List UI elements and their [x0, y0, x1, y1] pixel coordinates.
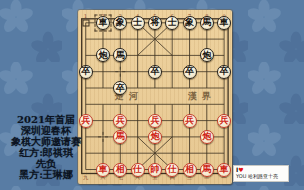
- piece-red-兵[interactable]: 兵: [148, 114, 162, 128]
- file-label-top: 1: [84, 13, 87, 18]
- piece-black-将[interactable]: 将: [148, 16, 162, 30]
- piece-red-車[interactable]: 車: [96, 163, 110, 177]
- last-move-from-marker: [82, 19, 89, 26]
- xiangqi-board[interactable]: 楚河 漢界 123456789九八七六五四三二一車象士将士象馬車炮馬炮卒卒卒卒卒…: [78, 10, 232, 184]
- event-caption-line: 象棋大师邀请赛: [0, 136, 92, 147]
- piece-black-馬[interactable]: 馬: [113, 48, 127, 62]
- piece-red-車[interactable]: 車: [217, 163, 231, 177]
- event-caption-line: 先负: [0, 158, 92, 169]
- piece-red-兵[interactable]: 兵: [113, 114, 127, 128]
- piece-red-馬[interactable]: 馬: [113, 130, 127, 144]
- piece-black-卒[interactable]: 卒: [217, 65, 231, 79]
- piece-black-象[interactable]: 象: [113, 16, 127, 30]
- heart-icon: ♥: [238, 166, 243, 173]
- video-thumbnail: 2021年首届深圳迎春杯象棋大师邀请赛红方:郎祺琪先负黑方:王琳娜 楚河 漢界 …: [0, 0, 304, 190]
- piece-black-炮[interactable]: 炮: [200, 48, 214, 62]
- piece-black-炮[interactable]: 炮: [96, 48, 110, 62]
- piece-red-仕[interactable]: 仕: [131, 163, 145, 177]
- channel-watermark: I♥ YOU 哈利路亚十亮: [233, 165, 289, 182]
- piece-red-仕[interactable]: 仕: [165, 163, 179, 177]
- piece-black-士[interactable]: 士: [131, 16, 145, 30]
- watermark-line2: YOU 哈利路亚十亮: [236, 173, 286, 179]
- piece-black-卒[interactable]: 卒: [113, 81, 127, 95]
- event-caption-line: 红方:郎祺琪: [0, 147, 92, 158]
- piece-black-士[interactable]: 士: [165, 16, 179, 30]
- river-text-right: 漢界: [188, 90, 216, 103]
- piece-black-象[interactable]: 象: [183, 16, 197, 30]
- piece-black-車[interactable]: 車: [217, 16, 231, 30]
- piece-black-卒[interactable]: 卒: [148, 65, 162, 79]
- piece-red-相[interactable]: 相: [113, 163, 127, 177]
- piece-red-兵[interactable]: 兵: [183, 114, 197, 128]
- piece-red-炮[interactable]: 炮: [148, 130, 162, 144]
- event-caption-line: 黑方:王琳娜: [0, 169, 92, 180]
- event-caption: 2021年首届深圳迎春杯象棋大师邀请赛红方:郎祺琪先负黑方:王琳娜: [0, 114, 92, 180]
- piece-black-馬[interactable]: 馬: [200, 16, 214, 30]
- piece-red-馬[interactable]: 馬: [200, 163, 214, 177]
- piece-red-相[interactable]: 相: [183, 163, 197, 177]
- piece-black-車[interactable]: 車: [96, 16, 110, 30]
- piece-red-炮[interactable]: 炮: [200, 130, 214, 144]
- piece-red-兵[interactable]: 兵: [217, 114, 231, 128]
- event-caption-line: 深圳迎春杯: [0, 125, 92, 136]
- piece-black-卒[interactable]: 卒: [183, 65, 197, 79]
- piece-red-帥[interactable]: 帥: [148, 163, 162, 177]
- piece-black-卒[interactable]: 卒: [79, 65, 93, 79]
- event-caption-line: 2021年首届: [0, 114, 92, 125]
